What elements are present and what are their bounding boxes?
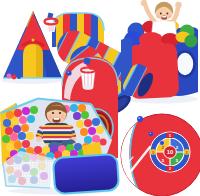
center-value: 10 [167, 149, 173, 155]
outer-value-s: 2 [169, 167, 171, 171]
outer-value-e: 2 [186, 151, 188, 155]
navy-front-panel [53, 154, 119, 194]
outer-value-w: 5 [152, 151, 154, 155]
dart-target-board: 2 2 5 5 5 2 2 5 10 [150, 132, 190, 172]
product-photo: 2 2 5 5 5 2 2 5 10 [0, 0, 200, 196]
magnifier-inset: 2 2 5 5 5 2 2 5 10 [110, 110, 200, 196]
porthole [176, 52, 195, 77]
scene: 2 2 5 5 5 2 2 5 10 [0, 0, 200, 196]
outer-value-n: 5 [169, 134, 171, 138]
sticky-ball-on-board [160, 141, 165, 146]
sticky-ball [137, 116, 143, 122]
